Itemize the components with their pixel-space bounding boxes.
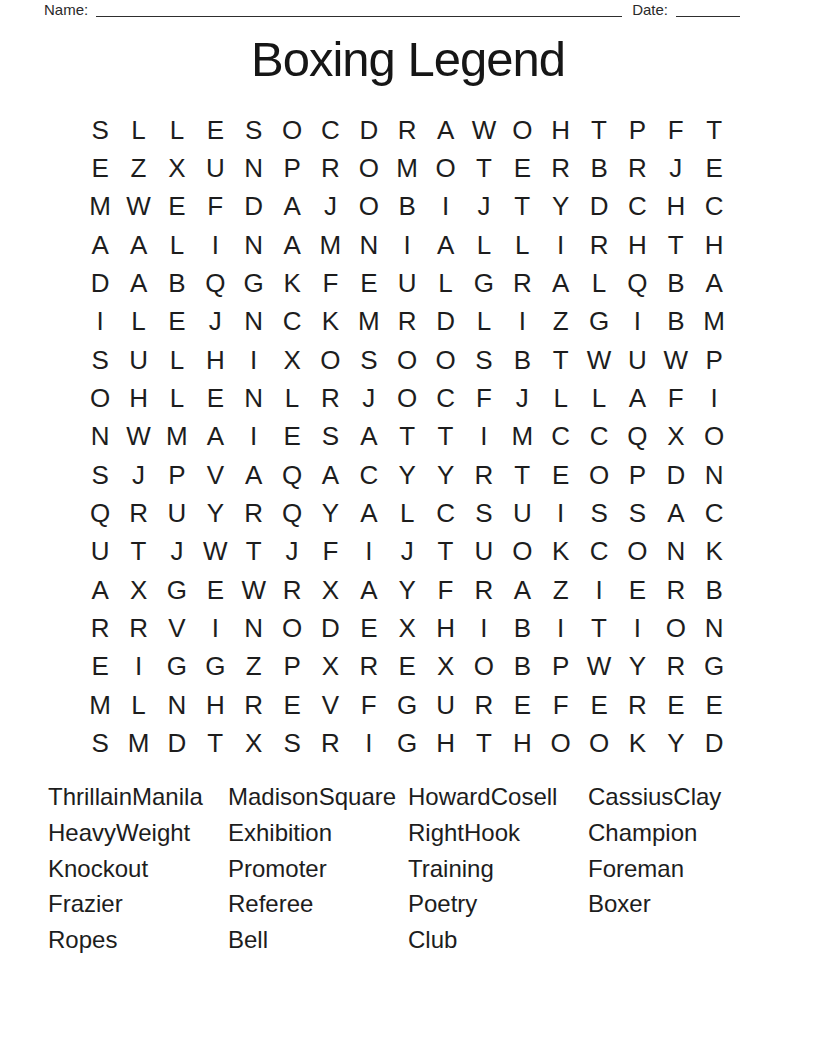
grid-cell-r13-c2: X xyxy=(119,571,157,609)
grid-cell-r16-c3: N xyxy=(158,686,196,724)
grid-cell-r7-c7: O xyxy=(311,341,349,379)
grid-cell-r5-c2: A xyxy=(119,264,157,302)
grid-cell-r9-c16: X xyxy=(657,418,695,456)
grid-cell-r4-c6: A xyxy=(273,226,311,264)
grid-cell-r8-c6: L xyxy=(273,379,311,417)
grid-cell-r8-c11: F xyxy=(465,379,503,417)
grid-cell-r5-c7: F xyxy=(311,264,349,302)
grid-cell-r7-c6: X xyxy=(273,341,311,379)
grid-cell-r6-c13: Z xyxy=(542,303,580,341)
grid-cell-r15-c13: P xyxy=(542,648,580,686)
grid-cell-r2-c6: P xyxy=(273,149,311,187)
grid-cell-r1-c9: R xyxy=(388,111,426,149)
grid-cell-r11-c17: C xyxy=(695,494,733,532)
grid-cell-r12-c11: U xyxy=(465,533,503,571)
grid-cell-r6-c9: R xyxy=(388,303,426,341)
grid-cell-r15-c8: R xyxy=(350,648,388,686)
grid-cell-r6-c7: K xyxy=(311,303,349,341)
grid-cell-r3-c10: I xyxy=(426,188,464,226)
grid-cell-r8-c14: L xyxy=(580,379,618,417)
grid-cell-r6-c10: D xyxy=(426,303,464,341)
grid-cell-r8-c10: C xyxy=(426,379,464,417)
word-list-column-2: MadisonSquareExhibitionPromoterRefereeBe… xyxy=(228,779,408,958)
grid-cell-r2-c1: E xyxy=(81,149,119,187)
grid-cell-r15-c17: G xyxy=(695,648,733,686)
grid-cell-r10-c8: C xyxy=(350,456,388,494)
grid-cell-r4-c14: R xyxy=(580,226,618,264)
grid-cell-r17-c15: K xyxy=(618,724,656,762)
grid-cell-r12-c5: T xyxy=(235,533,273,571)
grid-cell-r11-c7: Y xyxy=(311,494,349,532)
grid-cell-r3-c3: E xyxy=(158,188,196,226)
grid-cell-r11-c12: U xyxy=(503,494,541,532)
word-item: Boxer xyxy=(588,886,768,922)
grid-cell-r3-c1: M xyxy=(81,188,119,226)
grid-cell-r6-c3: E xyxy=(158,303,196,341)
grid-cell-r7-c14: W xyxy=(580,341,618,379)
grid-cell-r4-c1: A xyxy=(81,226,119,264)
word-list-column-4: CassiusClayChampionForemanBoxer xyxy=(588,779,768,958)
grid-cell-r2-c17: E xyxy=(695,149,733,187)
grid-cell-r5-c8: E xyxy=(350,264,388,302)
grid-cell-r10-c2: J xyxy=(119,456,157,494)
grid-cell-r15-c10: X xyxy=(426,648,464,686)
grid-cell-r13-c7: X xyxy=(311,571,349,609)
grid-cell-r10-c10: Y xyxy=(426,456,464,494)
grid-cell-r2-c13: R xyxy=(542,149,580,187)
grid-cell-r10-c11: R xyxy=(465,456,503,494)
grid-cell-r10-c7: A xyxy=(311,456,349,494)
grid-cell-r11-c13: I xyxy=(542,494,580,532)
name-label: Name: xyxy=(44,2,88,18)
grid-cell-r3-c4: F xyxy=(196,188,234,226)
word-item: HowardCosell xyxy=(408,779,588,815)
grid-cell-r13-c3: G xyxy=(158,571,196,609)
grid-cell-r13-c6: R xyxy=(273,571,311,609)
grid-cell-r9-c4: A xyxy=(196,418,234,456)
grid-cell-r3-c2: W xyxy=(119,188,157,226)
grid-cell-r16-c14: E xyxy=(580,686,618,724)
grid-cell-r3-c6: A xyxy=(273,188,311,226)
grid-cell-r6-c8: M xyxy=(350,303,388,341)
grid-cell-r3-c9: B xyxy=(388,188,426,226)
grid-cell-r13-c14: I xyxy=(580,571,618,609)
grid-cell-r15-c16: R xyxy=(657,648,695,686)
grid-cell-r14-c4: I xyxy=(196,609,234,647)
grid-cell-r15-c2: I xyxy=(119,648,157,686)
grid-cell-r15-c11: O xyxy=(465,648,503,686)
grid-cell-r16-c7: V xyxy=(311,686,349,724)
grid-cell-r7-c9: O xyxy=(388,341,426,379)
grid-cell-r16-c17: E xyxy=(695,686,733,724)
grid-cell-r5-c4: Q xyxy=(196,264,234,302)
grid-cell-r17-c6: S xyxy=(273,724,311,762)
word-item: Knockout xyxy=(48,851,228,887)
grid-cell-r5-c13: A xyxy=(542,264,580,302)
word-item: Champion xyxy=(588,815,768,851)
grid-cell-r2-c14: B xyxy=(580,149,618,187)
grid-cell-r10-c6: Q xyxy=(273,456,311,494)
grid-cell-r7-c3: L xyxy=(158,341,196,379)
grid-cell-r9-c9: T xyxy=(388,418,426,456)
grid-cell-r17-c8: I xyxy=(350,724,388,762)
grid-cell-r15-c3: G xyxy=(158,648,196,686)
grid-cell-r14-c17: N xyxy=(695,609,733,647)
grid-cell-r11-c3: U xyxy=(158,494,196,532)
grid-cell-r11-c2: R xyxy=(119,494,157,532)
grid-cell-r12-c2: T xyxy=(119,533,157,571)
grid-cell-r9-c15: Q xyxy=(618,418,656,456)
grid-cell-r4-c15: H xyxy=(618,226,656,264)
grid-cell-r2-c9: M xyxy=(388,149,426,187)
grid-cell-r2-c16: J xyxy=(657,149,695,187)
word-list-column-1: ThrillainManilaHeavyWeightKnockoutFrazie… xyxy=(48,779,228,958)
grid-cell-r6-c15: I xyxy=(618,303,656,341)
grid-cell-r9-c17: O xyxy=(695,418,733,456)
grid-cell-r16-c10: U xyxy=(426,686,464,724)
grid-cell-r3-c7: J xyxy=(311,188,349,226)
grid-cell-r5-c5: G xyxy=(235,264,273,302)
grid-cell-r15-c9: E xyxy=(388,648,426,686)
grid-cell-r3-c13: Y xyxy=(542,188,580,226)
grid-cell-r15-c4: G xyxy=(196,648,234,686)
grid-cell-r13-c16: R xyxy=(657,571,695,609)
grid-cell-r8-c13: L xyxy=(542,379,580,417)
grid-cell-r15-c6: P xyxy=(273,648,311,686)
word-item: Frazier xyxy=(48,886,228,922)
grid-cell-r17-c16: Y xyxy=(657,724,695,762)
grid-cell-r9-c13: C xyxy=(542,418,580,456)
grid-cell-r13-c1: A xyxy=(81,571,119,609)
grid-cell-r9-c8: A xyxy=(350,418,388,456)
grid-cell-r12-c14: C xyxy=(580,533,618,571)
grid-cell-r14-c14: T xyxy=(580,609,618,647)
grid-cell-r16-c2: L xyxy=(119,686,157,724)
grid-cell-r4-c10: A xyxy=(426,226,464,264)
name-blank-line xyxy=(96,4,622,17)
grid-cell-r9-c12: M xyxy=(503,418,541,456)
grid-cell-r8-c4: E xyxy=(196,379,234,417)
grid-cell-r9-c7: S xyxy=(311,418,349,456)
grid-cell-r6-c16: B xyxy=(657,303,695,341)
grid-cell-r13-c13: Z xyxy=(542,571,580,609)
grid-cell-r10-c14: O xyxy=(580,456,618,494)
word-list-column-3: HowardCosellRightHookTrainingPoetryClub xyxy=(408,779,588,958)
grid-cell-r13-c17: B xyxy=(695,571,733,609)
grid-cell-r17-c5: X xyxy=(235,724,273,762)
grid-cell-r17-c7: R xyxy=(311,724,349,762)
grid-cell-r2-c11: T xyxy=(465,149,503,187)
grid-cell-r8-c12: J xyxy=(503,379,541,417)
grid-cell-r14-c13: I xyxy=(542,609,580,647)
word-item: Exhibition xyxy=(228,815,408,851)
grid-cell-r7-c5: I xyxy=(235,341,273,379)
grid-cell-r12-c4: W xyxy=(196,533,234,571)
grid-cell-r11-c4: Y xyxy=(196,494,234,532)
grid-cell-r17-c10: H xyxy=(426,724,464,762)
grid-cell-r12-c12: O xyxy=(503,533,541,571)
grid-cell-r2-c5: N xyxy=(235,149,273,187)
grid-cell-r4-c11: L xyxy=(465,226,503,264)
word-item: Referee xyxy=(228,886,408,922)
grid-cell-r10-c16: D xyxy=(657,456,695,494)
grid-cell-r3-c17: C xyxy=(695,188,733,226)
grid-cell-r8-c8: J xyxy=(350,379,388,417)
grid-cell-r14-c12: B xyxy=(503,609,541,647)
grid-cell-r9-c10: T xyxy=(426,418,464,456)
grid-cell-r17-c13: O xyxy=(542,724,580,762)
grid-cell-r5-c12: R xyxy=(503,264,541,302)
grid-cell-r12-c6: J xyxy=(273,533,311,571)
grid-cell-r11-c14: S xyxy=(580,494,618,532)
grid-cell-r6-c6: C xyxy=(273,303,311,341)
grid-cell-r11-c9: L xyxy=(388,494,426,532)
grid-cell-r4-c5: N xyxy=(235,226,273,264)
grid-cell-r11-c10: C xyxy=(426,494,464,532)
grid-cell-r4-c9: I xyxy=(388,226,426,264)
word-item: Poetry xyxy=(408,886,588,922)
grid-cell-r7-c8: S xyxy=(350,341,388,379)
grid-cell-r5-c15: Q xyxy=(618,264,656,302)
grid-cell-r9-c1: N xyxy=(81,418,119,456)
grid-cell-r14-c7: D xyxy=(311,609,349,647)
grid-cell-r1-c14: T xyxy=(580,111,618,149)
grid-cell-r6-c4: J xyxy=(196,303,234,341)
grid-cell-r16-c6: E xyxy=(273,686,311,724)
grid-cell-r4-c12: L xyxy=(503,226,541,264)
grid-cell-r5-c10: L xyxy=(426,264,464,302)
grid-cell-r5-c16: B xyxy=(657,264,695,302)
grid-cell-r16-c8: F xyxy=(350,686,388,724)
grid-cell-r1-c11: W xyxy=(465,111,503,149)
grid-cell-r1-c2: L xyxy=(119,111,157,149)
grid-cell-r12-c7: F xyxy=(311,533,349,571)
grid-cell-r14-c16: O xyxy=(657,609,695,647)
grid-cell-r14-c1: R xyxy=(81,609,119,647)
grid-cell-r7-c16: W xyxy=(657,341,695,379)
word-search-grid: SLLESOCDRAWOHTPFTEZXUNPROMOTERBRJEMWEFDA… xyxy=(81,111,733,763)
grid-cell-r3-c11: J xyxy=(465,188,503,226)
grid-cell-r16-c5: R xyxy=(235,686,273,724)
word-item: MadisonSquare xyxy=(228,779,408,815)
grid-cell-r4-c7: M xyxy=(311,226,349,264)
grid-cell-r14-c15: I xyxy=(618,609,656,647)
date-blank-line xyxy=(676,4,740,17)
word-item: Club xyxy=(408,922,588,958)
grid-cell-r2-c15: R xyxy=(618,149,656,187)
grid-cell-r2-c10: O xyxy=(426,149,464,187)
grid-cell-r11-c15: S xyxy=(618,494,656,532)
grid-cell-r1-c10: A xyxy=(426,111,464,149)
grid-cell-r13-c10: F xyxy=(426,571,464,609)
grid-cell-r9-c3: M xyxy=(158,418,196,456)
word-list: ThrillainManilaHeavyWeightKnockoutFrazie… xyxy=(48,779,768,958)
word-item: Foreman xyxy=(588,851,768,887)
grid-cell-r8-c3: L xyxy=(158,379,196,417)
grid-cell-r14-c2: R xyxy=(119,609,157,647)
grid-cell-r14-c5: N xyxy=(235,609,273,647)
grid-cell-r14-c9: X xyxy=(388,609,426,647)
grid-cell-r7-c13: T xyxy=(542,341,580,379)
word-item: ThrillainManila xyxy=(48,779,228,815)
grid-cell-r1-c1: S xyxy=(81,111,119,149)
grid-cell-r8-c2: H xyxy=(119,379,157,417)
grid-cell-r14-c6: O xyxy=(273,609,311,647)
grid-cell-r17-c3: D xyxy=(158,724,196,762)
grid-cell-r10-c12: T xyxy=(503,456,541,494)
grid-cell-r4-c16: T xyxy=(657,226,695,264)
grid-cell-r6-c17: M xyxy=(695,303,733,341)
grid-cell-r5-c11: G xyxy=(465,264,503,302)
grid-cell-r5-c17: A xyxy=(695,264,733,302)
grid-cell-r16-c16: E xyxy=(657,686,695,724)
grid-cell-r8-c16: F xyxy=(657,379,695,417)
grid-cell-r1-c3: L xyxy=(158,111,196,149)
grid-cell-r3-c14: D xyxy=(580,188,618,226)
grid-cell-r11-c6: Q xyxy=(273,494,311,532)
grid-cell-r16-c9: G xyxy=(388,686,426,724)
grid-cell-r14-c10: H xyxy=(426,609,464,647)
grid-cell-r16-c1: M xyxy=(81,686,119,724)
grid-cell-r15-c1: E xyxy=(81,648,119,686)
grid-cell-r13-c9: Y xyxy=(388,571,426,609)
grid-cell-r14-c11: I xyxy=(465,609,503,647)
grid-cell-r5-c1: D xyxy=(81,264,119,302)
grid-cell-r12-c15: O xyxy=(618,533,656,571)
grid-cell-r5-c14: L xyxy=(580,264,618,302)
grid-cell-r13-c8: A xyxy=(350,571,388,609)
grid-cell-r7-c4: H xyxy=(196,341,234,379)
grid-cell-r10-c5: A xyxy=(235,456,273,494)
grid-cell-r4-c8: N xyxy=(350,226,388,264)
grid-cell-r17-c1: S xyxy=(81,724,119,762)
grid-cell-r2-c7: R xyxy=(311,149,349,187)
grid-cell-r9-c6: E xyxy=(273,418,311,456)
grid-cell-r10-c9: Y xyxy=(388,456,426,494)
grid-cell-r10-c1: S xyxy=(81,456,119,494)
word-item: Bell xyxy=(228,922,408,958)
grid-cell-r9-c11: I xyxy=(465,418,503,456)
grid-cell-r4-c2: A xyxy=(119,226,157,264)
grid-cell-r10-c4: V xyxy=(196,456,234,494)
grid-cell-r17-c14: O xyxy=(580,724,618,762)
grid-cell-r5-c6: K xyxy=(273,264,311,302)
grid-cell-r5-c3: B xyxy=(158,264,196,302)
grid-cell-r11-c11: S xyxy=(465,494,503,532)
grid-cell-r1-c16: F xyxy=(657,111,695,149)
grid-cell-r7-c1: S xyxy=(81,341,119,379)
grid-cell-r10-c13: E xyxy=(542,456,580,494)
grid-cell-r13-c11: R xyxy=(465,571,503,609)
grid-cell-r16-c13: F xyxy=(542,686,580,724)
grid-cell-r17-c12: H xyxy=(503,724,541,762)
grid-cell-r1-c13: H xyxy=(542,111,580,149)
grid-cell-r11-c8: A xyxy=(350,494,388,532)
grid-cell-r13-c4: E xyxy=(196,571,234,609)
grid-cell-r1-c4: E xyxy=(196,111,234,149)
grid-cell-r6-c11: L xyxy=(465,303,503,341)
grid-cell-r7-c10: O xyxy=(426,341,464,379)
grid-cell-r3-c12: T xyxy=(503,188,541,226)
grid-cell-r2-c2: Z xyxy=(119,149,157,187)
grid-cell-r12-c17: K xyxy=(695,533,733,571)
grid-cell-r10-c3: P xyxy=(158,456,196,494)
grid-cell-r2-c12: E xyxy=(503,149,541,187)
grid-cell-r7-c15: U xyxy=(618,341,656,379)
grid-cell-r7-c17: P xyxy=(695,341,733,379)
grid-cell-r15-c5: Z xyxy=(235,648,273,686)
grid-cell-r7-c2: U xyxy=(119,341,157,379)
grid-cell-r13-c12: A xyxy=(503,571,541,609)
grid-cell-r10-c15: P xyxy=(618,456,656,494)
grid-cell-r8-c15: A xyxy=(618,379,656,417)
grid-cell-r10-c17: N xyxy=(695,456,733,494)
grid-cell-r3-c15: C xyxy=(618,188,656,226)
grid-cell-r7-c12: B xyxy=(503,341,541,379)
word-item: HeavyWeight xyxy=(48,815,228,851)
grid-cell-r1-c7: C xyxy=(311,111,349,149)
grid-cell-r11-c1: Q xyxy=(81,494,119,532)
grid-cell-r12-c9: J xyxy=(388,533,426,571)
grid-cell-r15-c12: B xyxy=(503,648,541,686)
grid-cell-r6-c1: I xyxy=(81,303,119,341)
grid-cell-r8-c1: O xyxy=(81,379,119,417)
grid-cell-r9-c2: W xyxy=(119,418,157,456)
grid-cell-r2-c4: U xyxy=(196,149,234,187)
grid-cell-r3-c5: D xyxy=(235,188,273,226)
grid-cell-r2-c8: O xyxy=(350,149,388,187)
grid-cell-r12-c3: J xyxy=(158,533,196,571)
word-item: Ropes xyxy=(48,922,228,958)
grid-cell-r9-c5: I xyxy=(235,418,273,456)
grid-cell-r4-c4: I xyxy=(196,226,234,264)
grid-cell-r6-c5: N xyxy=(235,303,273,341)
grid-cell-r8-c7: R xyxy=(311,379,349,417)
grid-cell-r11-c16: A xyxy=(657,494,695,532)
grid-cell-r16-c15: R xyxy=(618,686,656,724)
grid-cell-r12-c16: N xyxy=(657,533,695,571)
grid-cell-r14-c3: V xyxy=(158,609,196,647)
grid-cell-r1-c6: O xyxy=(273,111,311,149)
grid-cell-r17-c2: M xyxy=(119,724,157,762)
grid-cell-r16-c12: E xyxy=(503,686,541,724)
date-label: Date: xyxy=(632,2,668,18)
grid-cell-r3-c8: O xyxy=(350,188,388,226)
grid-cell-r16-c11: R xyxy=(465,686,503,724)
grid-cell-r15-c7: X xyxy=(311,648,349,686)
word-item: RightHook xyxy=(408,815,588,851)
grid-cell-r8-c5: N xyxy=(235,379,273,417)
grid-cell-r12-c8: I xyxy=(350,533,388,571)
grid-cell-r3-c16: H xyxy=(657,188,695,226)
grid-cell-r17-c17: D xyxy=(695,724,733,762)
grid-cell-r4-c13: I xyxy=(542,226,580,264)
grid-cell-r17-c11: T xyxy=(465,724,503,762)
grid-cell-r1-c8: D xyxy=(350,111,388,149)
grid-cell-r6-c2: L xyxy=(119,303,157,341)
word-item: Promoter xyxy=(228,851,408,887)
grid-cell-r4-c17: H xyxy=(695,226,733,264)
grid-cell-r1-c17: T xyxy=(695,111,733,149)
grid-cell-r7-c11: S xyxy=(465,341,503,379)
grid-cell-r13-c15: E xyxy=(618,571,656,609)
grid-cell-r12-c10: T xyxy=(426,533,464,571)
word-item: CassiusClay xyxy=(588,779,768,815)
grid-cell-r2-c3: X xyxy=(158,149,196,187)
page-title: Boxing Legend xyxy=(0,31,816,87)
grid-cell-r17-c4: T xyxy=(196,724,234,762)
grid-cell-r6-c12: I xyxy=(503,303,541,341)
